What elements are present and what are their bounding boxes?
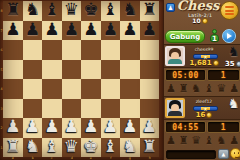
score-white: 1 bbox=[207, 121, 240, 133]
piece-black-bishop[interactable]: ♝ bbox=[103, 1, 118, 18]
hamburger-icon bbox=[225, 10, 234, 12]
piece-white-pawn[interactable]: ♟ bbox=[5, 118, 20, 135]
square-h7[interactable]: ♟ bbox=[140, 21, 160, 41]
tray-silhouette-rook: ♜ bbox=[179, 135, 189, 147]
coins-value: 16 bbox=[196, 111, 206, 119]
piece-white-pawn[interactable]: ♟ bbox=[83, 118, 98, 135]
avatar-black-player[interactable] bbox=[165, 46, 185, 66]
player-name: chess99 bbox=[191, 47, 218, 52]
square-e5[interactable] bbox=[81, 60, 101, 80]
square-f7[interactable]: ♟ bbox=[101, 21, 121, 41]
piece-black-bishop[interactable]: ♝ bbox=[44, 1, 59, 18]
player-coins: 16 bbox=[184, 111, 224, 119]
tray-silhouette-pawn: ♟ bbox=[229, 135, 239, 147]
square-c2[interactable]: ♟ bbox=[42, 118, 62, 138]
piece-white-rook[interactable]: ♜ bbox=[142, 138, 157, 155]
square-f3[interactable] bbox=[101, 99, 121, 119]
piece-black-pawn[interactable]: ♟ bbox=[83, 21, 98, 38]
square-a7[interactable]: ♟ bbox=[3, 21, 23, 41]
piece-black-pawn[interactable]: ♟ bbox=[122, 21, 137, 38]
square-a4[interactable] bbox=[3, 79, 23, 99]
square-a1[interactable]: ♜ bbox=[3, 138, 23, 158]
file-label-h: h bbox=[144, 157, 155, 159]
tray-silhouette-bishop: ♝ bbox=[204, 83, 214, 95]
chess-board-frame: 87654321 ♜♞♝♛♚♝♞♜♟♟♟♟♟♟♟♟♟♟♟♟♟♟♟♟♜♞♝♛♚♝♞… bbox=[0, 0, 163, 160]
square-d1[interactable]: ♛ bbox=[62, 138, 82, 158]
piece-white-pawn[interactable]: ♟ bbox=[25, 118, 40, 135]
piece-white-queen[interactable]: ♛ bbox=[64, 138, 79, 155]
square-f1[interactable]: ♝ bbox=[101, 138, 121, 158]
piece-black-rook[interactable]: ♜ bbox=[5, 1, 20, 18]
piece-white-rook[interactable]: ♜ bbox=[5, 138, 20, 155]
piece-black-knight[interactable]: ♞ bbox=[25, 1, 40, 18]
file-label-d: d bbox=[66, 157, 77, 159]
square-d2[interactable]: ♟ bbox=[62, 118, 82, 138]
piece-black-pawn[interactable]: ♟ bbox=[25, 21, 40, 38]
piece-black-pawn[interactable]: ♟ bbox=[103, 21, 118, 38]
square-b3[interactable] bbox=[23, 99, 43, 119]
square-b1[interactable]: ♞ bbox=[23, 138, 43, 158]
spectator-count[interactable]: 1 bbox=[209, 29, 220, 43]
square-e3[interactable] bbox=[81, 99, 101, 119]
square-c5[interactable] bbox=[42, 60, 62, 80]
piece-black-king[interactable]: ♚ bbox=[83, 1, 98, 18]
file-label-b: b bbox=[27, 157, 38, 159]
square-d5[interactable] bbox=[62, 60, 82, 80]
piece-white-knight[interactable]: ♞ bbox=[25, 138, 40, 155]
tray-silhouette-knight: ♞ bbox=[217, 135, 227, 147]
square-d3[interactable] bbox=[62, 99, 82, 119]
black-knight-icon: ♞ bbox=[227, 45, 240, 59]
piece-white-knight[interactable]: ♞ bbox=[122, 138, 137, 155]
tray-silhouette-bishop: ♝ bbox=[204, 135, 214, 147]
clock-black: 05:00 bbox=[165, 69, 206, 81]
square-c6[interactable] bbox=[42, 40, 62, 60]
captured-tray-bottom: ♟♜♛♝♞♟ bbox=[166, 134, 239, 147]
square-e6[interactable] bbox=[81, 40, 101, 60]
chess-app: 87654321 ♜♞♝♛♚♝♞♜♟♟♟♟♟♟♟♟♟♟♟♟♟♟♟♟♜♞♝♛♚♝♞… bbox=[0, 0, 240, 160]
badge-value: 35 bbox=[225, 60, 235, 68]
square-g1[interactable]: ♞ bbox=[120, 138, 140, 158]
piece-black-pawn[interactable]: ♟ bbox=[142, 21, 157, 38]
avatar-photo bbox=[167, 48, 183, 64]
tray-silhouette-queen: ♛ bbox=[217, 83, 227, 95]
square-g8[interactable]: ♞ bbox=[120, 1, 140, 21]
square-a5[interactable] bbox=[3, 60, 23, 80]
player-badge: 35 bbox=[225, 60, 240, 68]
square-h6[interactable] bbox=[140, 40, 160, 60]
square-b5[interactable] bbox=[23, 60, 43, 80]
file-label-f: f bbox=[105, 157, 116, 159]
square-h3[interactable] bbox=[140, 99, 160, 119]
piece-black-knight[interactable]: ♞ bbox=[122, 1, 137, 18]
emoji-button[interactable] bbox=[230, 148, 240, 159]
player-coins: 1,681 bbox=[184, 59, 224, 67]
gold-coin-icon bbox=[202, 18, 208, 24]
piece-white-pawn[interactable]: ♟ bbox=[122, 118, 137, 135]
square-d8[interactable]: ♛ bbox=[62, 1, 82, 21]
square-e2[interactable]: ♟ bbox=[81, 118, 101, 138]
piece-white-pawn[interactable]: ♟ bbox=[142, 118, 157, 135]
square-a6[interactable] bbox=[3, 40, 23, 60]
piece-white-king[interactable]: ♚ bbox=[83, 138, 98, 155]
square-d6[interactable] bbox=[62, 40, 82, 60]
player-card-white: zleef12 ★ 16 ♞ bbox=[164, 96, 240, 120]
clock-white: 04:55 bbox=[165, 121, 206, 133]
square-b7[interactable]: ♟ bbox=[23, 21, 43, 41]
square-e8[interactable]: ♚ bbox=[81, 1, 101, 21]
square-d4[interactable] bbox=[62, 79, 82, 99]
square-d7[interactable]: ♟ bbox=[62, 21, 82, 41]
file-label-c: c bbox=[46, 157, 57, 159]
score-black: 1 bbox=[207, 69, 240, 81]
piece-black-queen[interactable]: ♛ bbox=[64, 1, 79, 18]
side-panel: ♟ Chess Latih-2/1 10 Gabung 1 chess99 bbox=[163, 0, 240, 160]
chess-board: ♜♞♝♛♚♝♞♜♟♟♟♟♟♟♟♟♟♟♟♟♟♟♟♟♜♞♝♛♚♝♞♜ bbox=[3, 1, 159, 157]
square-g3[interactable] bbox=[120, 99, 140, 119]
avatar-photo bbox=[167, 100, 183, 116]
square-e1[interactable]: ♚ bbox=[81, 138, 101, 158]
square-f2[interactable]: ♟ bbox=[101, 118, 121, 138]
square-b2[interactable]: ♟ bbox=[23, 118, 43, 138]
piece-white-bishop[interactable]: ♝ bbox=[44, 138, 59, 155]
tray-silhouette-pawn: ♟ bbox=[229, 83, 239, 95]
hamburger-icon bbox=[225, 6, 234, 8]
piece-white-pawn[interactable]: ♟ bbox=[44, 118, 59, 135]
square-g6[interactable] bbox=[120, 40, 140, 60]
square-g7[interactable]: ♟ bbox=[120, 21, 140, 41]
avatar-torso bbox=[168, 59, 182, 65]
square-f6[interactable] bbox=[101, 40, 121, 60]
avatar-white-player[interactable] bbox=[165, 98, 185, 118]
white-knight-icon: ♞ bbox=[227, 97, 240, 111]
square-h5[interactable] bbox=[140, 60, 160, 80]
piece-white-bishop[interactable]: ♝ bbox=[103, 138, 118, 155]
spectator-number: 1 bbox=[209, 35, 220, 43]
tray-silhouette-knight: ♞ bbox=[191, 83, 201, 95]
square-f5[interactable] bbox=[101, 60, 121, 80]
square-b6[interactable] bbox=[23, 40, 43, 60]
chat-input[interactable] bbox=[166, 150, 216, 159]
square-g5[interactable] bbox=[120, 60, 140, 80]
piece-black-pawn[interactable]: ♟ bbox=[64, 21, 79, 38]
square-c7[interactable]: ♟ bbox=[42, 21, 62, 41]
square-a2[interactable]: ♟ bbox=[3, 118, 23, 138]
stake-value: 10 bbox=[192, 17, 200, 24]
gold-coin-icon bbox=[206, 112, 212, 118]
hamburger-icon bbox=[225, 13, 234, 15]
silver-coin-icon bbox=[236, 61, 240, 67]
square-e4[interactable] bbox=[81, 79, 101, 99]
square-c1[interactable]: ♝ bbox=[42, 138, 62, 158]
piece-black-pawn[interactable]: ♟ bbox=[44, 21, 59, 38]
square-b8[interactable]: ♞ bbox=[23, 1, 43, 21]
player-name: zleef12 bbox=[191, 99, 218, 104]
square-c8[interactable]: ♝ bbox=[42, 1, 62, 21]
file-labels: abcdefgh bbox=[3, 156, 159, 160]
square-a3[interactable] bbox=[3, 99, 23, 119]
square-g2[interactable]: ♟ bbox=[120, 118, 140, 138]
square-c4[interactable] bbox=[42, 79, 62, 99]
square-f8[interactable]: ♝ bbox=[101, 1, 121, 21]
coins-value: 1,681 bbox=[189, 59, 211, 67]
avatar-torso bbox=[168, 111, 182, 117]
tray-silhouette-rook: ♜ bbox=[179, 83, 189, 95]
gold-coin-icon bbox=[213, 60, 219, 66]
square-h8[interactable]: ♜ bbox=[140, 1, 160, 21]
square-f4[interactable] bbox=[101, 79, 121, 99]
send-button[interactable]: ▲ bbox=[218, 149, 229, 159]
join-button[interactable]: Gabung bbox=[165, 30, 205, 43]
piece-black-pawn[interactable]: ♟ bbox=[5, 21, 20, 38]
square-c3[interactable] bbox=[42, 99, 62, 119]
square-h2[interactable]: ♟ bbox=[140, 118, 160, 138]
tray-silhouette-pawn: ♟ bbox=[166, 83, 176, 95]
square-a8[interactable]: ♜ bbox=[3, 1, 23, 21]
captured-tray-top: ♟♜♞♝♛♟ bbox=[166, 82, 239, 95]
file-label-a: a bbox=[7, 157, 18, 159]
piece-white-pawn[interactable]: ♟ bbox=[103, 118, 118, 135]
piece-white-pawn[interactable]: ♟ bbox=[64, 118, 79, 135]
file-label-e: e bbox=[85, 157, 96, 159]
file-label-g: g bbox=[124, 157, 135, 159]
play-button[interactable] bbox=[222, 29, 236, 43]
tray-silhouette-queen: ♛ bbox=[191, 135, 201, 147]
tray-silhouette-pawn: ♟ bbox=[166, 135, 176, 147]
player-card-black: chess99 ★ 1,681 ♞ 35 bbox=[164, 44, 240, 68]
square-g4[interactable] bbox=[120, 79, 140, 99]
square-h1[interactable]: ♜ bbox=[140, 138, 160, 158]
square-h4[interactable] bbox=[140, 79, 160, 99]
square-e7[interactable]: ♟ bbox=[81, 21, 101, 41]
stake-row: 10 bbox=[172, 17, 228, 24]
piece-black-rook[interactable]: ♜ bbox=[142, 1, 157, 18]
square-b4[interactable] bbox=[23, 79, 43, 99]
